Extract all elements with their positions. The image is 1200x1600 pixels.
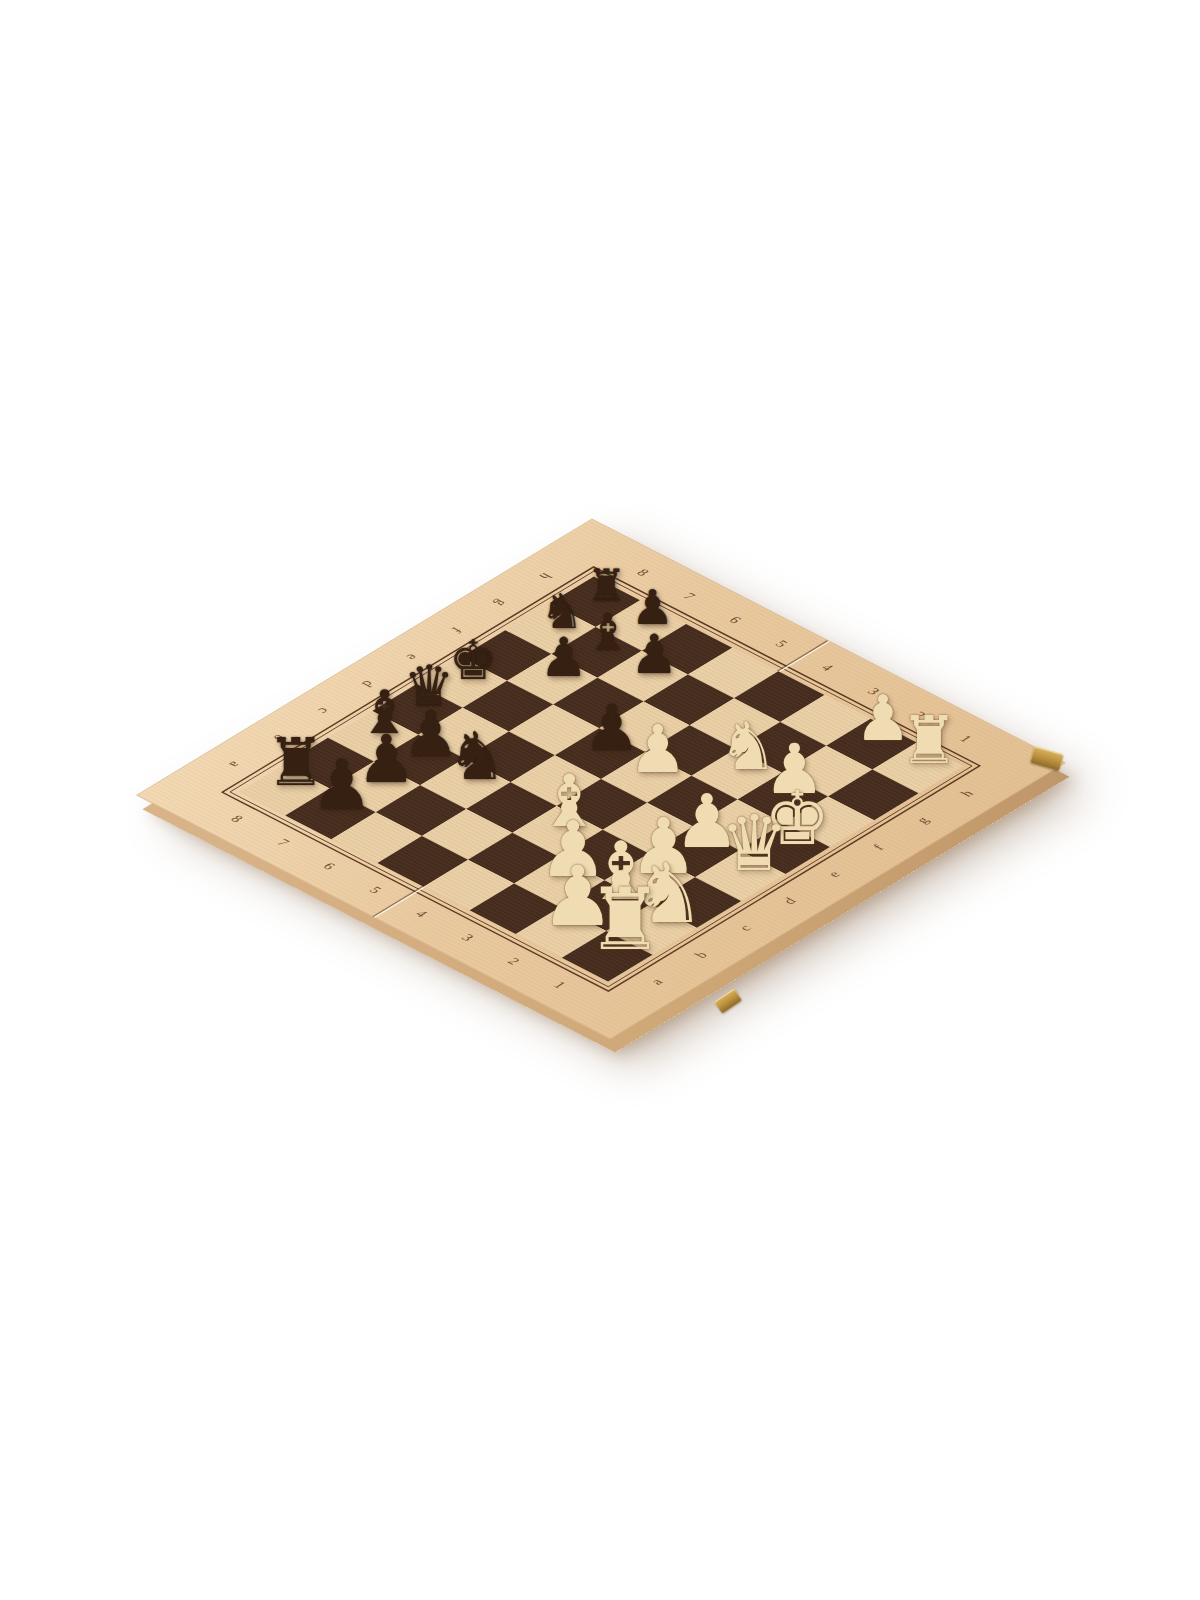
- coordinate-label: 6: [703, 602, 766, 639]
- coordinate-label: c: [714, 910, 777, 947]
- coordinate-label: 4: [390, 896, 453, 933]
- white-pawn-e4[interactable]: ♟: [626, 717, 690, 783]
- coordinate-label: 3: [436, 920, 499, 957]
- black-pawn-a7[interactable]: ♟: [310, 751, 374, 820]
- scene: 87654321 87654321 abcdefgh abcdefgh ♜♝♛♚…: [0, 0, 1200, 1600]
- coordinate-label: 7: [251, 825, 314, 862]
- board-surface[interactable]: 87654321 87654321 abcdefgh abcdefgh ♜♝♛♚…: [136, 519, 1066, 1040]
- coordinate-label: 2: [482, 943, 545, 980]
- coordinate-label: e: [803, 856, 866, 893]
- chessboard-grid: ♜♝♛♚♞♜♟♟♟♟♝♟♞♟♟♝♟♟♞♟♝♟♟♟♟♜♞♛♚♜: [239, 576, 963, 981]
- coordinate-label: f: [847, 829, 910, 866]
- coordinate-label: d: [758, 883, 821, 920]
- brass-clasp-icon: [714, 988, 742, 1013]
- coordinate-label: h: [936, 775, 999, 812]
- white-rook-h1[interactable]: ♜: [897, 708, 961, 774]
- coordinate-label: 4: [796, 649, 859, 686]
- black-pawn-f7[interactable]: ♟: [532, 631, 596, 685]
- coordinate-label: 5: [749, 626, 812, 663]
- white-queen-d1[interactable]: ♛: [720, 805, 784, 882]
- black-knight-c6[interactable]: ♞: [445, 724, 509, 790]
- coordinate-label: 1: [528, 967, 591, 1004]
- coordinate-label: g: [469, 585, 532, 622]
- white-rook-a1[interactable]: ♜: [587, 876, 651, 962]
- coordinate-label: a: [203, 746, 266, 783]
- coordinate-label: g: [891, 802, 954, 839]
- black-pawn-g6[interactable]: ♟: [622, 628, 686, 682]
- coordinate-label: 6: [297, 848, 360, 885]
- coordinate-label: 5: [343, 872, 406, 909]
- coordinate-label: 8: [205, 801, 268, 838]
